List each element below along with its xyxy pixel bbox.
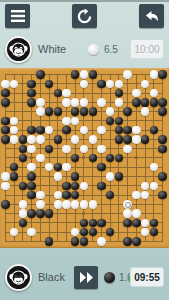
- board-cell[interactable]: [97, 107, 106, 116]
- board-cell[interactable]: [132, 89, 141, 98]
- board-cell[interactable]: [132, 107, 141, 116]
- board-cell[interactable]: [80, 227, 89, 236]
- board-cell[interactable]: [88, 116, 97, 125]
- board-cell[interactable]: [45, 107, 54, 116]
- board-cell[interactable]: [80, 209, 89, 218]
- board-cell[interactable]: [106, 172, 115, 181]
- board-cell[interactable]: [150, 200, 159, 209]
- board-cell[interactable]: [10, 153, 19, 162]
- board-cell[interactable]: [53, 107, 62, 116]
- board-cell[interactable]: [10, 227, 19, 236]
- board-cell[interactable]: [158, 218, 167, 227]
- board-cell[interactable]: [27, 126, 36, 135]
- board-cell[interactable]: [115, 135, 124, 144]
- board-cell[interactable]: [158, 89, 167, 98]
- board-cell[interactable]: [132, 98, 141, 107]
- board-cell[interactable]: [36, 144, 45, 153]
- board-cell[interactable]: [71, 135, 80, 144]
- board-cell[interactable]: [150, 70, 159, 79]
- board-cell[interactable]: [97, 89, 106, 98]
- board-cell[interactable]: [97, 200, 106, 209]
- board-cell[interactable]: [123, 70, 132, 79]
- board-cell[interactable]: [18, 98, 27, 107]
- board-cell[interactable]: [106, 237, 115, 246]
- board-cell[interactable]: [62, 89, 71, 98]
- board-cell[interactable]: [18, 79, 27, 88]
- board-cell[interactable]: [45, 126, 54, 135]
- board-cell[interactable]: [71, 181, 80, 190]
- board-cell[interactable]: [18, 190, 27, 199]
- board-cell[interactable]: [18, 107, 27, 116]
- board-cell[interactable]: [88, 144, 97, 153]
- board-cell[interactable]: [45, 218, 54, 227]
- board-cell[interactable]: [10, 190, 19, 199]
- board-cell[interactable]: [115, 218, 124, 227]
- board-cell[interactable]: [123, 163, 132, 172]
- board-cell[interactable]: [1, 70, 10, 79]
- board-cell[interactable]: [97, 227, 106, 236]
- board-cell[interactable]: [10, 107, 19, 116]
- board-cell[interactable]: [36, 107, 45, 116]
- board-cell[interactable]: [106, 107, 115, 116]
- board-cell[interactable]: [141, 190, 150, 199]
- board-cell[interactable]: [150, 107, 159, 116]
- board-cell[interactable]: [53, 181, 62, 190]
- board-cell[interactable]: [106, 209, 115, 218]
- board-cell[interactable]: [1, 237, 10, 246]
- board-cell[interactable]: [1, 227, 10, 236]
- board-cell[interactable]: [62, 181, 71, 190]
- board-cell[interactable]: [27, 209, 36, 218]
- board-cell[interactable]: [97, 218, 106, 227]
- board-cell[interactable]: [141, 79, 150, 88]
- board-cell[interactable]: [27, 237, 36, 246]
- board-cell[interactable]: [18, 70, 27, 79]
- board-cell[interactable]: [27, 79, 36, 88]
- board-cell[interactable]: [10, 181, 19, 190]
- board-cell[interactable]: [150, 79, 159, 88]
- board-cell[interactable]: [88, 181, 97, 190]
- board-cell[interactable]: [97, 181, 106, 190]
- board-cell[interactable]: [80, 172, 89, 181]
- board-cell[interactable]: [88, 237, 97, 246]
- board-cell[interactable]: [141, 70, 150, 79]
- board-cell[interactable]: [53, 237, 62, 246]
- board-cell[interactable]: [106, 227, 115, 236]
- board-cell[interactable]: [71, 107, 80, 116]
- board-cell[interactable]: [97, 98, 106, 107]
- board-cell[interactable]: [1, 163, 10, 172]
- board-cell[interactable]: [158, 116, 167, 125]
- board-cell[interactable]: [106, 144, 115, 153]
- board-cell[interactable]: [132, 163, 141, 172]
- board-cell[interactable]: [71, 163, 80, 172]
- board-cell[interactable]: [158, 190, 167, 199]
- board-cell[interactable]: [27, 190, 36, 199]
- board-cell[interactable]: [53, 190, 62, 199]
- board-cell[interactable]: [53, 200, 62, 209]
- board-cell[interactable]: [45, 200, 54, 209]
- board-cell[interactable]: [45, 135, 54, 144]
- board-cell[interactable]: [71, 89, 80, 98]
- board-cell[interactable]: [71, 218, 80, 227]
- board-cell[interactable]: [27, 163, 36, 172]
- board-cell[interactable]: [10, 163, 19, 172]
- board-cell[interactable]: [10, 98, 19, 107]
- board-cell[interactable]: [1, 190, 10, 199]
- board-cell[interactable]: [45, 190, 54, 199]
- board-cell[interactable]: [97, 116, 106, 125]
- board-cell[interactable]: [158, 200, 167, 209]
- board-cell[interactable]: [80, 89, 89, 98]
- board-cell[interactable]: [71, 237, 80, 246]
- board-cell[interactable]: [71, 227, 80, 236]
- board-cell[interactable]: [80, 163, 89, 172]
- board-cell[interactable]: [132, 144, 141, 153]
- board-cell[interactable]: [62, 227, 71, 236]
- board-cell[interactable]: [158, 126, 167, 135]
- board-cell[interactable]: [62, 172, 71, 181]
- board-cell[interactable]: [123, 89, 132, 98]
- board-cell[interactable]: [150, 89, 159, 98]
- board-cell[interactable]: [106, 181, 115, 190]
- board-cell[interactable]: [158, 70, 167, 79]
- board-cell[interactable]: [80, 144, 89, 153]
- board-cell[interactable]: [115, 153, 124, 162]
- board-cell[interactable]: [36, 153, 45, 162]
- board-cell[interactable]: [1, 89, 10, 98]
- board-cell[interactable]: [80, 98, 89, 107]
- board-cell[interactable]: [36, 126, 45, 135]
- board-cell[interactable]: [36, 209, 45, 218]
- board-cell[interactable]: [123, 227, 132, 236]
- board-cell[interactable]: [1, 153, 10, 162]
- board-cell[interactable]: [27, 135, 36, 144]
- board-cell[interactable]: [80, 153, 89, 162]
- board-cell[interactable]: [27, 89, 36, 98]
- board-cell[interactable]: [18, 89, 27, 98]
- board-cell[interactable]: [141, 144, 150, 153]
- board-cell[interactable]: [88, 172, 97, 181]
- board-cell[interactable]: [80, 190, 89, 199]
- board-cell[interactable]: [141, 200, 150, 209]
- board-cell[interactable]: [123, 200, 132, 209]
- board-cell[interactable]: [1, 200, 10, 209]
- board-cell[interactable]: [36, 79, 45, 88]
- board-cell[interactable]: [27, 218, 36, 227]
- board-cell[interactable]: [115, 89, 124, 98]
- board-cell[interactable]: [80, 107, 89, 116]
- board-cell[interactable]: [106, 89, 115, 98]
- board-cell[interactable]: [97, 163, 106, 172]
- board-cell[interactable]: [115, 70, 124, 79]
- board-cell[interactable]: [1, 116, 10, 125]
- board-cell[interactable]: [18, 209, 27, 218]
- board-cell[interactable]: [36, 70, 45, 79]
- board-cell[interactable]: [1, 209, 10, 218]
- board-cell[interactable]: [45, 79, 54, 88]
- board-cell[interactable]: [62, 190, 71, 199]
- board-cell[interactable]: [150, 153, 159, 162]
- board-cell[interactable]: [80, 126, 89, 135]
- board-cell[interactable]: [88, 190, 97, 199]
- board-cell[interactable]: [132, 237, 141, 246]
- board-cell[interactable]: [62, 98, 71, 107]
- board-cell[interactable]: [88, 107, 97, 116]
- board-cell[interactable]: [45, 209, 54, 218]
- board-cell[interactable]: [97, 135, 106, 144]
- board-cell[interactable]: [27, 172, 36, 181]
- board-cell[interactable]: [97, 209, 106, 218]
- board-cell[interactable]: [45, 163, 54, 172]
- board-cell[interactable]: [88, 98, 97, 107]
- board-cell[interactable]: [150, 116, 159, 125]
- board-cell[interactable]: [53, 144, 62, 153]
- board-cell[interactable]: [53, 172, 62, 181]
- board-cell[interactable]: [141, 89, 150, 98]
- board-cell[interactable]: [1, 126, 10, 135]
- board-cell[interactable]: [106, 70, 115, 79]
- board-cell[interactable]: [132, 209, 141, 218]
- board-cell[interactable]: [141, 107, 150, 116]
- board-cell[interactable]: [53, 70, 62, 79]
- board-cell[interactable]: [27, 227, 36, 236]
- board-cell[interactable]: [150, 98, 159, 107]
- board-cell[interactable]: [18, 227, 27, 236]
- board-cell[interactable]: [106, 126, 115, 135]
- board-cell[interactable]: [158, 107, 167, 116]
- board-cell[interactable]: [132, 190, 141, 199]
- board-cell[interactable]: [123, 135, 132, 144]
- board-cell[interactable]: [71, 209, 80, 218]
- board-cell[interactable]: [115, 181, 124, 190]
- board-cell[interactable]: [123, 126, 132, 135]
- board-cell[interactable]: [158, 144, 167, 153]
- board-cell[interactable]: [158, 79, 167, 88]
- board-cell[interactable]: [71, 70, 80, 79]
- go-board[interactable]: [0, 68, 169, 248]
- board-cell[interactable]: [10, 209, 19, 218]
- board-cell[interactable]: [123, 98, 132, 107]
- board-cell[interactable]: [45, 144, 54, 153]
- board-cell[interactable]: [53, 135, 62, 144]
- board-cell[interactable]: [123, 107, 132, 116]
- board-cell[interactable]: [97, 190, 106, 199]
- board-cell[interactable]: [27, 153, 36, 162]
- board-cell[interactable]: [158, 181, 167, 190]
- new-game-button[interactable]: [72, 4, 97, 28]
- board-cell[interactable]: [10, 218, 19, 227]
- board-cell[interactable]: [115, 209, 124, 218]
- board-cell[interactable]: [150, 190, 159, 199]
- board-cell[interactable]: [132, 70, 141, 79]
- board-cell[interactable]: [1, 79, 10, 88]
- board-cell[interactable]: [115, 144, 124, 153]
- board-cell[interactable]: [62, 153, 71, 162]
- board-cell[interactable]: [88, 89, 97, 98]
- board-cell[interactable]: [141, 209, 150, 218]
- board-cell[interactable]: [36, 190, 45, 199]
- board-cell[interactable]: [150, 163, 159, 172]
- board-cell[interactable]: [45, 172, 54, 181]
- board-cell[interactable]: [71, 172, 80, 181]
- board-cell[interactable]: [71, 190, 80, 199]
- board-cell[interactable]: [62, 237, 71, 246]
- board-cell[interactable]: [36, 98, 45, 107]
- board-cell[interactable]: [36, 237, 45, 246]
- board-cell[interactable]: [150, 237, 159, 246]
- board-cell[interactable]: [141, 172, 150, 181]
- board-cell[interactable]: [53, 163, 62, 172]
- board-cell[interactable]: [80, 116, 89, 125]
- board-cell[interactable]: [18, 237, 27, 246]
- board-cell[interactable]: [27, 98, 36, 107]
- board-cell[interactable]: [10, 126, 19, 135]
- board-cell[interactable]: [141, 181, 150, 190]
- board-cell[interactable]: [141, 98, 150, 107]
- board-cell[interactable]: [141, 237, 150, 246]
- board-cell[interactable]: [71, 153, 80, 162]
- board-cell[interactable]: [1, 107, 10, 116]
- board-cell[interactable]: [45, 98, 54, 107]
- board-cell[interactable]: [132, 200, 141, 209]
- board-cell[interactable]: [71, 98, 80, 107]
- menu-button[interactable]: [5, 4, 30, 28]
- board-cell[interactable]: [27, 107, 36, 116]
- board-cell[interactable]: [132, 227, 141, 236]
- board-cell[interactable]: [62, 144, 71, 153]
- board-cell[interactable]: [80, 135, 89, 144]
- board-cell[interactable]: [150, 135, 159, 144]
- board-cell[interactable]: [88, 209, 97, 218]
- board-cell[interactable]: [106, 200, 115, 209]
- board-cell[interactable]: [88, 227, 97, 236]
- board-cell[interactable]: [132, 116, 141, 125]
- board-cell[interactable]: [158, 163, 167, 172]
- board-cell[interactable]: [158, 98, 167, 107]
- board-cell[interactable]: [62, 79, 71, 88]
- board-cell[interactable]: [123, 79, 132, 88]
- board-cell[interactable]: [1, 172, 10, 181]
- board-cell[interactable]: [36, 172, 45, 181]
- board-cell[interactable]: [36, 200, 45, 209]
- board-cell[interactable]: [71, 116, 80, 125]
- board-cell[interactable]: [62, 107, 71, 116]
- board-cell[interactable]: [141, 163, 150, 172]
- board-cell[interactable]: [27, 70, 36, 79]
- board-cell[interactable]: [88, 153, 97, 162]
- board-cell[interactable]: [150, 209, 159, 218]
- board-cell[interactable]: [18, 163, 27, 172]
- board-cell[interactable]: [18, 135, 27, 144]
- board-cell[interactable]: [97, 172, 106, 181]
- board-cell[interactable]: [53, 79, 62, 88]
- board-cell[interactable]: [1, 135, 10, 144]
- board-cell[interactable]: [150, 227, 159, 236]
- board-cell[interactable]: [141, 227, 150, 236]
- board-cell[interactable]: [123, 218, 132, 227]
- board-cell[interactable]: [18, 153, 27, 162]
- board-cell[interactable]: [97, 70, 106, 79]
- board-cell[interactable]: [115, 163, 124, 172]
- board-cell[interactable]: [132, 126, 141, 135]
- board-cell[interactable]: [132, 218, 141, 227]
- board-cell[interactable]: [62, 116, 71, 125]
- undo-button[interactable]: [139, 4, 164, 28]
- board-cell[interactable]: [27, 144, 36, 153]
- board-cell[interactable]: [10, 237, 19, 246]
- board-cell[interactable]: [53, 98, 62, 107]
- board-cell[interactable]: [53, 227, 62, 236]
- board-cell[interactable]: [27, 116, 36, 125]
- board-cell[interactable]: [106, 135, 115, 144]
- board-cell[interactable]: [115, 227, 124, 236]
- board-cell[interactable]: [36, 218, 45, 227]
- board-cell[interactable]: [158, 153, 167, 162]
- board-cell[interactable]: [18, 218, 27, 227]
- board-cell[interactable]: [10, 135, 19, 144]
- board-cell[interactable]: [18, 116, 27, 125]
- board-cell[interactable]: [141, 135, 150, 144]
- board-cell[interactable]: [115, 116, 124, 125]
- board-cell[interactable]: [115, 200, 124, 209]
- board-cell[interactable]: [36, 89, 45, 98]
- board-cell[interactable]: [71, 200, 80, 209]
- board-cell[interactable]: [1, 98, 10, 107]
- board-cell[interactable]: [45, 227, 54, 236]
- board-cell[interactable]: [150, 181, 159, 190]
- board-cell[interactable]: [97, 126, 106, 135]
- fast-forward-button[interactable]: [74, 266, 98, 289]
- board-cell[interactable]: [115, 98, 124, 107]
- board-cell[interactable]: [123, 172, 132, 181]
- board-cell[interactable]: [132, 153, 141, 162]
- board-cell[interactable]: [1, 144, 10, 153]
- board-cell[interactable]: [97, 144, 106, 153]
- board-cell[interactable]: [80, 200, 89, 209]
- board-cell[interactable]: [71, 79, 80, 88]
- board-cell[interactable]: [71, 144, 80, 153]
- board-cell[interactable]: [132, 79, 141, 88]
- board-cell[interactable]: [80, 79, 89, 88]
- board-cell[interactable]: [53, 153, 62, 162]
- board-cell[interactable]: [115, 79, 124, 88]
- board-cell[interactable]: [45, 89, 54, 98]
- board-cell[interactable]: [106, 153, 115, 162]
- board-cell[interactable]: [150, 172, 159, 181]
- board-cell[interactable]: [27, 181, 36, 190]
- board-cell[interactable]: [132, 135, 141, 144]
- board-cell[interactable]: [150, 144, 159, 153]
- board-cell[interactable]: [123, 190, 132, 199]
- board-cell[interactable]: [158, 209, 167, 218]
- board-cell[interactable]: [106, 163, 115, 172]
- board-cell[interactable]: [62, 209, 71, 218]
- board-cell[interactable]: [36, 116, 45, 125]
- board-cell[interactable]: [123, 116, 132, 125]
- board-cell[interactable]: [141, 116, 150, 125]
- board-cell[interactable]: [36, 135, 45, 144]
- board-cell[interactable]: [45, 70, 54, 79]
- board-cell[interactable]: [123, 209, 132, 218]
- board-cell[interactable]: [45, 116, 54, 125]
- board-cell[interactable]: [150, 126, 159, 135]
- board-cell[interactable]: [53, 209, 62, 218]
- board-cell[interactable]: [10, 200, 19, 209]
- board-cell[interactable]: [18, 126, 27, 135]
- board-cell[interactable]: [158, 227, 167, 236]
- board-cell[interactable]: [10, 144, 19, 153]
